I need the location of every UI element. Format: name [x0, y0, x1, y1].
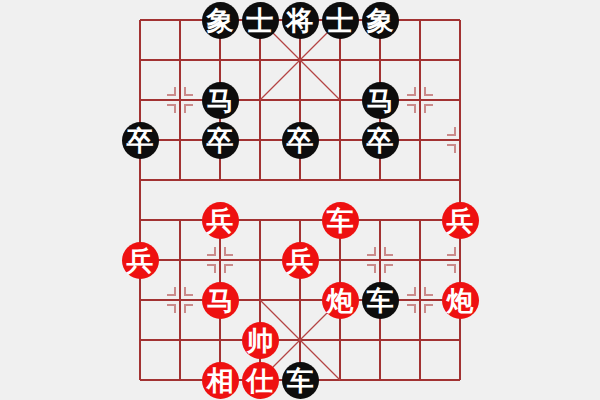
piece-red-horse[interactable]: 马: [202, 282, 239, 319]
piece-red-elephant[interactable]: 相: [202, 362, 239, 399]
piece-black-elephant[interactable]: 象: [202, 2, 239, 39]
piece-red-pawn[interactable]: 兵: [202, 202, 239, 239]
piece-red-pawn[interactable]: 兵: [282, 242, 319, 279]
piece-black-pawn[interactable]: 卒: [122, 122, 159, 159]
piece-red-pawn[interactable]: 兵: [442, 202, 479, 239]
piece-black-advisor[interactable]: 士: [322, 2, 359, 39]
piece-red-general[interactable]: 帅: [242, 322, 279, 359]
piece-red-chariot[interactable]: 车: [322, 202, 359, 239]
piece-red-pawn[interactable]: 兵: [122, 242, 159, 279]
piece-red-advisor[interactable]: 仕: [242, 362, 279, 399]
piece-black-horse[interactable]: 马: [202, 82, 239, 119]
piece-black-horse[interactable]: 马: [362, 82, 399, 119]
piece-red-cannon[interactable]: 炮: [442, 282, 479, 319]
pieces-layer: 象士将士象马马卒卒卒卒车车兵车兵兵兵马炮炮帅相仕: [120, 0, 480, 400]
piece-black-general[interactable]: 将: [282, 2, 319, 39]
piece-black-pawn[interactable]: 卒: [202, 122, 239, 159]
xiangqi-board: 象士将士象马马卒卒卒卒车车兵车兵兵兵马炮炮帅相仕: [0, 0, 600, 400]
piece-black-pawn[interactable]: 卒: [282, 122, 319, 159]
piece-black-elephant[interactable]: 象: [362, 2, 399, 39]
piece-black-pawn[interactable]: 卒: [362, 122, 399, 159]
piece-red-cannon[interactable]: 炮: [322, 282, 359, 319]
piece-black-advisor[interactable]: 士: [242, 2, 279, 39]
piece-black-chariot[interactable]: 车: [362, 282, 399, 319]
piece-black-chariot[interactable]: 车: [282, 362, 319, 399]
